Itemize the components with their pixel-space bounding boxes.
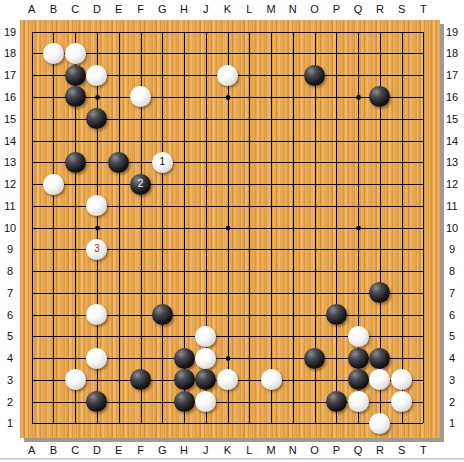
star-point xyxy=(226,356,231,361)
coord-label: E xyxy=(115,4,122,15)
coord-label: G xyxy=(158,445,167,456)
coord-label: 1 xyxy=(7,418,13,429)
stone-black[interactable] xyxy=(174,391,195,412)
stone-white[interactable] xyxy=(348,391,369,412)
coord-label: G xyxy=(158,4,167,15)
coord-label: E xyxy=(115,445,122,456)
stone-black[interactable] xyxy=(348,348,369,369)
coord-label: P xyxy=(333,4,340,15)
coord-label: B xyxy=(50,4,57,15)
star-point xyxy=(226,226,231,231)
coord-label: 16 xyxy=(4,91,16,102)
coord-label: 7 xyxy=(449,287,455,298)
coord-label: 11 xyxy=(446,200,457,211)
coord-label: T xyxy=(420,4,427,15)
coord-label: 2 xyxy=(7,396,13,407)
coord-label: 16 xyxy=(446,91,458,102)
stone-white[interactable] xyxy=(86,348,107,369)
coord-label: 4 xyxy=(7,353,13,364)
go-board[interactable]: 213 xyxy=(20,20,440,438)
stone-black[interactable] xyxy=(348,369,369,390)
coord-label: 6 xyxy=(449,309,455,320)
coord-label: 4 xyxy=(449,353,455,364)
coord-label: Q xyxy=(354,445,363,456)
stone-black[interactable] xyxy=(304,348,325,369)
coord-label: 15 xyxy=(446,113,458,124)
stone-black[interactable]: 2 xyxy=(130,174,151,195)
coord-label: H xyxy=(180,445,188,456)
coord-label: 18 xyxy=(446,48,458,59)
coord-label: B xyxy=(50,445,57,456)
coord-label: S xyxy=(398,445,405,456)
coord-label: 18 xyxy=(4,48,16,59)
star-point xyxy=(356,95,361,100)
go-board-viewer: 213 AABBCCDDEEFFGGHHJJKKLLMMNNOOPPQQRRSS… xyxy=(0,0,464,462)
stone-white[interactable] xyxy=(43,43,64,64)
stone-black[interactable] xyxy=(65,152,86,173)
coord-label: O xyxy=(310,4,319,15)
stone-white[interactable] xyxy=(65,369,86,390)
coord-label: J xyxy=(203,4,209,15)
coord-label: 15 xyxy=(4,113,16,124)
coord-label: O xyxy=(310,445,319,456)
coord-label: L xyxy=(246,4,252,15)
stone-white[interactable] xyxy=(195,348,216,369)
coord-label: L xyxy=(246,445,252,456)
coord-label: Q xyxy=(354,4,363,15)
coord-label: D xyxy=(93,445,101,456)
star-point xyxy=(226,95,231,100)
coord-label: 19 xyxy=(4,26,16,37)
stone-white[interactable] xyxy=(348,326,369,347)
stone-black[interactable] xyxy=(65,65,86,86)
coord-label: 11 xyxy=(4,200,15,211)
coord-label: 10 xyxy=(446,222,458,233)
coord-label: 17 xyxy=(446,70,458,81)
stone-white[interactable] xyxy=(65,43,86,64)
stone-white[interactable] xyxy=(195,326,216,347)
star-point xyxy=(356,226,361,231)
coord-label: 3 xyxy=(449,374,455,385)
stone-black[interactable] xyxy=(326,391,347,412)
coord-label: 9 xyxy=(449,244,455,255)
coord-label: F xyxy=(137,4,144,15)
move-number-label: 3 xyxy=(94,244,100,254)
move-number-label: 1 xyxy=(159,157,165,167)
coord-label: 10 xyxy=(4,222,16,233)
stone-black[interactable] xyxy=(174,348,195,369)
coord-label: 6 xyxy=(7,309,13,320)
coord-label: 1 xyxy=(449,418,455,429)
coord-label: 17 xyxy=(4,70,16,81)
stone-white[interactable]: 1 xyxy=(152,152,173,173)
move-number-label: 2 xyxy=(138,179,144,189)
coord-label: 13 xyxy=(4,157,16,168)
coord-label: 12 xyxy=(4,179,16,190)
window-divider xyxy=(0,458,464,460)
stone-black[interactable] xyxy=(108,152,129,173)
coord-label: D xyxy=(93,4,101,15)
coord-label: N xyxy=(289,445,297,456)
stone-white[interactable] xyxy=(43,174,64,195)
coord-label: 5 xyxy=(449,331,455,342)
coord-label: R xyxy=(376,4,384,15)
coord-label: R xyxy=(376,445,384,456)
coord-label: 9 xyxy=(7,244,13,255)
star-point xyxy=(95,95,100,100)
coord-label: S xyxy=(398,4,405,15)
coord-label: 2 xyxy=(449,396,455,407)
coord-label: N xyxy=(289,4,297,15)
coord-label: H xyxy=(180,4,188,15)
coord-label: 14 xyxy=(4,135,16,146)
coord-label: F xyxy=(137,445,144,456)
stone-black[interactable] xyxy=(152,304,173,325)
coord-label: 5 xyxy=(7,331,13,342)
coord-label: T xyxy=(420,445,427,456)
coord-label: 14 xyxy=(446,135,458,146)
coord-label: J xyxy=(203,445,209,456)
coord-label: K xyxy=(224,4,231,15)
star-point xyxy=(95,226,100,231)
coord-label: 3 xyxy=(7,374,13,385)
coord-label: 19 xyxy=(446,26,458,37)
coord-label: 7 xyxy=(7,287,13,298)
coord-label: 13 xyxy=(446,157,458,168)
coord-label: A xyxy=(28,4,35,15)
coord-label: K xyxy=(224,445,231,456)
coord-label: 8 xyxy=(449,266,455,277)
stone-white[interactable] xyxy=(261,369,282,390)
coord-label: M xyxy=(266,4,275,15)
coord-label: C xyxy=(71,4,79,15)
coord-label: 12 xyxy=(446,179,458,190)
coord-label: 8 xyxy=(7,266,13,277)
coord-label: C xyxy=(71,445,79,456)
stone-black[interactable] xyxy=(174,369,195,390)
coord-label: P xyxy=(333,445,340,456)
coord-label: A xyxy=(28,445,35,456)
stone-black[interactable] xyxy=(369,348,390,369)
stone-black[interactable] xyxy=(326,304,347,325)
stone-black[interactable] xyxy=(304,65,325,86)
coord-label: M xyxy=(266,445,275,456)
stone-white[interactable] xyxy=(217,65,238,86)
